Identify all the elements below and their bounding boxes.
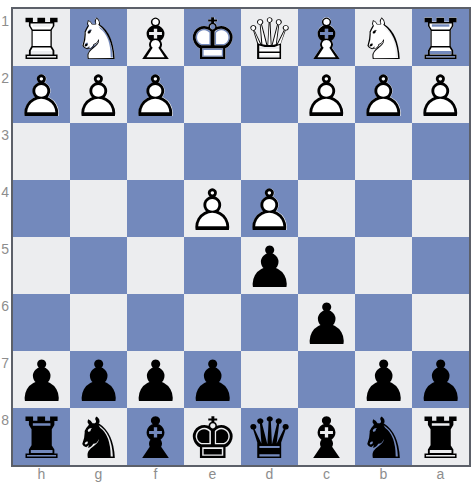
piece-outline-glyph: ♙ bbox=[301, 68, 352, 125]
piece-glyph: ♟ bbox=[187, 353, 238, 410]
piece-outline-glyph: ♘ bbox=[358, 11, 409, 68]
square-d4[interactable]: ♟♙ bbox=[241, 180, 298, 237]
white-pawn[interactable]: ♟♙ bbox=[127, 66, 184, 123]
square-b7[interactable]: ♟ bbox=[355, 351, 412, 408]
square-f5[interactable] bbox=[127, 237, 184, 294]
piece-outline-glyph: ♗ bbox=[130, 11, 181, 68]
square-b1[interactable]: ♞♘ bbox=[355, 9, 412, 66]
square-c1[interactable]: ♝♗ bbox=[298, 9, 355, 66]
black-pawn[interactable]: ♟ bbox=[298, 294, 355, 351]
piece-glyph: ♛ bbox=[244, 410, 295, 467]
white-pawn[interactable]: ♟♙ bbox=[355, 66, 412, 123]
white-pawn[interactable]: ♟♙ bbox=[184, 180, 241, 237]
piece-outline-glyph: ♙ bbox=[244, 182, 295, 239]
black-queen[interactable]: ♛ bbox=[241, 408, 298, 465]
white-rook[interactable]: ♜♖ bbox=[412, 9, 469, 66]
piece-glyph: ♝ bbox=[301, 410, 352, 467]
black-king[interactable]: ♚ bbox=[184, 408, 241, 465]
square-b8[interactable]: ♞ bbox=[355, 408, 412, 465]
piece-outline-glyph: ♙ bbox=[73, 68, 124, 125]
black-rook[interactable]: ♜ bbox=[412, 408, 469, 465]
white-knight[interactable]: ♞♘ bbox=[355, 9, 412, 66]
square-c4[interactable] bbox=[298, 180, 355, 237]
piece-outline-glyph: ♗ bbox=[301, 11, 352, 68]
square-h6[interactable] bbox=[13, 294, 70, 351]
black-pawn[interactable]: ♟ bbox=[412, 351, 469, 408]
black-knight[interactable]: ♞ bbox=[70, 408, 127, 465]
square-c2[interactable]: ♟♙ bbox=[298, 66, 355, 123]
square-h8[interactable]: ♜ bbox=[13, 408, 70, 465]
black-bishop[interactable]: ♝ bbox=[298, 408, 355, 465]
square-g6[interactable] bbox=[70, 294, 127, 351]
square-c3[interactable] bbox=[298, 123, 355, 180]
rank-label-2: 2 bbox=[0, 66, 9, 123]
black-pawn[interactable]: ♟ bbox=[241, 237, 298, 294]
file-label-b: b bbox=[355, 467, 412, 482]
square-c5[interactable] bbox=[298, 237, 355, 294]
black-rook[interactable]: ♜ bbox=[13, 408, 70, 465]
square-f4[interactable] bbox=[127, 180, 184, 237]
square-h2[interactable]: ♟♙ bbox=[13, 66, 70, 123]
square-c6[interactable]: ♟ bbox=[298, 294, 355, 351]
square-b3[interactable] bbox=[355, 123, 412, 180]
rank-label-5: 5 bbox=[0, 237, 9, 294]
rank-label-6: 6 bbox=[0, 294, 9, 351]
square-e6[interactable] bbox=[184, 294, 241, 351]
square-d3[interactable] bbox=[241, 123, 298, 180]
chess-board[interactable]: ♜♖♞♘♝♗♚♔♛♕♝♗♞♘♜♖♟♙♟♙♟♙♟♙♟♙♟♙♟♙♟♙♟♟♟♟♟♟♟♟… bbox=[11, 7, 471, 467]
file-label-a: a bbox=[412, 467, 469, 482]
piece-outline-glyph: ♙ bbox=[16, 68, 67, 125]
piece-glyph: ♟ bbox=[16, 353, 67, 410]
piece-outline-glyph: ♙ bbox=[415, 68, 466, 125]
square-h7[interactable]: ♟ bbox=[13, 351, 70, 408]
square-a8[interactable]: ♜ bbox=[412, 408, 469, 465]
rank-label-3: 3 bbox=[0, 123, 9, 180]
square-g3[interactable] bbox=[70, 123, 127, 180]
piece-glyph: ♟ bbox=[73, 353, 124, 410]
square-g1[interactable]: ♞♘ bbox=[70, 9, 127, 66]
square-a3[interactable] bbox=[412, 123, 469, 180]
square-f8[interactable]: ♝ bbox=[127, 408, 184, 465]
square-b6[interactable] bbox=[355, 294, 412, 351]
square-f3[interactable] bbox=[127, 123, 184, 180]
square-d6[interactable] bbox=[241, 294, 298, 351]
white-pawn[interactable]: ♟♙ bbox=[298, 66, 355, 123]
square-g4[interactable] bbox=[70, 180, 127, 237]
black-pawn[interactable]: ♟ bbox=[184, 351, 241, 408]
piece-glyph: ♟ bbox=[244, 239, 295, 296]
piece-outline-glyph: ♖ bbox=[16, 11, 67, 68]
square-h5[interactable] bbox=[13, 237, 70, 294]
file-label-e: e bbox=[184, 467, 241, 482]
white-bishop[interactable]: ♝♗ bbox=[127, 9, 184, 66]
black-pawn[interactable]: ♟ bbox=[70, 351, 127, 408]
piece-glyph: ♟ bbox=[415, 353, 466, 410]
black-knight[interactable]: ♞ bbox=[355, 408, 412, 465]
file-label-d: d bbox=[241, 467, 298, 482]
piece-glyph: ♝ bbox=[130, 410, 181, 467]
piece-glyph: ♞ bbox=[73, 410, 124, 467]
black-bishop[interactable]: ♝ bbox=[127, 408, 184, 465]
piece-outline-glyph: ♙ bbox=[130, 68, 181, 125]
file-label-g: g bbox=[70, 467, 127, 482]
square-e5[interactable] bbox=[184, 237, 241, 294]
square-a4[interactable] bbox=[412, 180, 469, 237]
white-bishop[interactable]: ♝♗ bbox=[298, 9, 355, 66]
square-a6[interactable] bbox=[412, 294, 469, 351]
black-pawn[interactable]: ♟ bbox=[355, 351, 412, 408]
square-e1[interactable]: ♚♔ bbox=[184, 9, 241, 66]
square-d2[interactable] bbox=[241, 66, 298, 123]
square-h4[interactable] bbox=[13, 180, 70, 237]
rank-label-7: 7 bbox=[0, 351, 9, 408]
white-pawn[interactable]: ♟♙ bbox=[13, 66, 70, 123]
square-a7[interactable]: ♟ bbox=[412, 351, 469, 408]
square-f1[interactable]: ♝♗ bbox=[127, 9, 184, 66]
file-label-c: c bbox=[298, 467, 355, 482]
piece-outline-glyph: ♔ bbox=[187, 11, 238, 68]
piece-glyph: ♟ bbox=[301, 296, 352, 353]
chess-diagram: 12345678 ♜♖♞♘♝♗♚♔♛♕♝♗♞♘♜♖♟♙♟♙♟♙♟♙♟♙♟♙♟♙♟… bbox=[0, 0, 474, 482]
white-king[interactable]: ♚♔ bbox=[184, 9, 241, 66]
piece-outline-glyph: ♕ bbox=[244, 11, 295, 68]
white-knight[interactable]: ♞♘ bbox=[70, 9, 127, 66]
square-d5[interactable]: ♟ bbox=[241, 237, 298, 294]
rank-label-1: 1 bbox=[0, 9, 9, 66]
square-g2[interactable]: ♟♙ bbox=[70, 66, 127, 123]
square-b4[interactable] bbox=[355, 180, 412, 237]
square-e7[interactable]: ♟ bbox=[184, 351, 241, 408]
square-a2[interactable]: ♟♙ bbox=[412, 66, 469, 123]
piece-outline-glyph: ♙ bbox=[358, 68, 409, 125]
square-e4[interactable]: ♟♙ bbox=[184, 180, 241, 237]
white-pawn[interactable]: ♟♙ bbox=[70, 66, 127, 123]
rank-label-4: 4 bbox=[0, 180, 9, 237]
rank-labels: 12345678 bbox=[0, 9, 9, 465]
piece-outline-glyph: ♙ bbox=[187, 182, 238, 239]
black-pawn[interactable]: ♟ bbox=[13, 351, 70, 408]
square-c8[interactable]: ♝ bbox=[298, 408, 355, 465]
white-rook[interactable]: ♜♖ bbox=[13, 9, 70, 66]
square-h3[interactable] bbox=[13, 123, 70, 180]
square-e2[interactable] bbox=[184, 66, 241, 123]
square-f2[interactable]: ♟♙ bbox=[127, 66, 184, 123]
file-label-f: f bbox=[127, 467, 184, 482]
file-label-h: h bbox=[13, 467, 70, 482]
file-labels: hgfedcba bbox=[13, 467, 469, 482]
white-pawn[interactable]: ♟♙ bbox=[412, 66, 469, 123]
square-e8[interactable]: ♚ bbox=[184, 408, 241, 465]
square-b5[interactable] bbox=[355, 237, 412, 294]
piece-glyph: ♜ bbox=[16, 410, 67, 467]
square-g8[interactable]: ♞ bbox=[70, 408, 127, 465]
square-e3[interactable] bbox=[184, 123, 241, 180]
square-c7[interactable] bbox=[298, 351, 355, 408]
square-d1[interactable]: ♛♕ bbox=[241, 9, 298, 66]
square-a1[interactable]: ♜♖ bbox=[412, 9, 469, 66]
square-f7[interactable]: ♟ bbox=[127, 351, 184, 408]
white-queen[interactable]: ♛♕ bbox=[241, 9, 298, 66]
piece-glyph: ♞ bbox=[358, 410, 409, 467]
square-d8[interactable]: ♛ bbox=[241, 408, 298, 465]
white-pawn[interactable]: ♟♙ bbox=[241, 180, 298, 237]
square-a5[interactable] bbox=[412, 237, 469, 294]
square-g7[interactable]: ♟ bbox=[70, 351, 127, 408]
square-g5[interactable] bbox=[70, 237, 127, 294]
black-pawn[interactable]: ♟ bbox=[127, 351, 184, 408]
square-h1[interactable]: ♜♖ bbox=[13, 9, 70, 66]
piece-glyph: ♜ bbox=[415, 410, 466, 467]
square-b2[interactable]: ♟♙ bbox=[355, 66, 412, 123]
square-d7[interactable] bbox=[241, 351, 298, 408]
square-f6[interactable] bbox=[127, 294, 184, 351]
piece-outline-glyph: ♘ bbox=[73, 11, 124, 68]
piece-outline-glyph: ♖ bbox=[415, 11, 466, 68]
piece-glyph: ♟ bbox=[130, 353, 181, 410]
piece-glyph: ♚ bbox=[187, 410, 238, 467]
rank-label-8: 8 bbox=[0, 408, 9, 465]
piece-glyph: ♟ bbox=[358, 353, 409, 410]
